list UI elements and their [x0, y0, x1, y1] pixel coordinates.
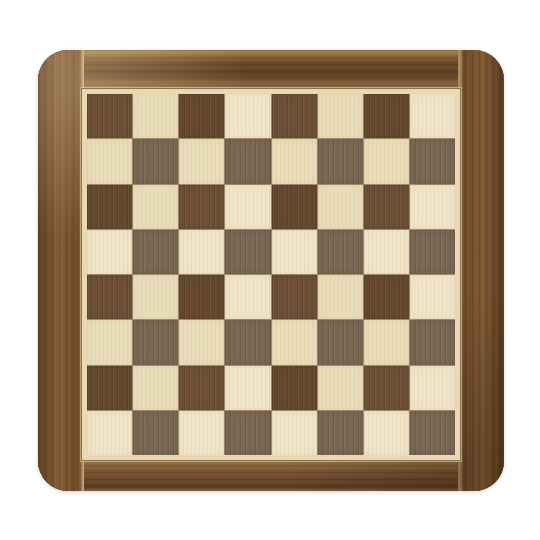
board-frame-right: [458, 50, 504, 491]
square-r2-c1[interactable]: [87, 139, 132, 183]
square-r4-c2[interactable]: [133, 230, 178, 274]
square-r6-c7[interactable]: [364, 320, 409, 364]
square-r8-c3[interactable]: [179, 411, 224, 455]
square-r1-c8[interactable]: [410, 94, 455, 138]
square-r6-c8[interactable]: [410, 320, 455, 364]
background: [0, 0, 540, 540]
square-r4-c8[interactable]: [410, 230, 455, 274]
square-r1-c7[interactable]: [364, 94, 409, 138]
square-r6-c4[interactable]: [225, 320, 270, 364]
square-r8-c2[interactable]: [133, 411, 178, 455]
square-r5-c5[interactable]: [272, 275, 317, 319]
square-r7-c1[interactable]: [87, 366, 132, 410]
square-r5-c4[interactable]: [225, 275, 270, 319]
square-r5-c6[interactable]: [318, 275, 363, 319]
square-r1-c5[interactable]: [272, 94, 317, 138]
square-r2-c5[interactable]: [272, 139, 317, 183]
square-r3-c1[interactable]: [87, 185, 132, 229]
board-frame-top: [38, 50, 504, 90]
square-r2-c8[interactable]: [410, 139, 455, 183]
square-r8-c5[interactable]: [272, 411, 317, 455]
square-r6-c5[interactable]: [272, 320, 317, 364]
square-r5-c3[interactable]: [179, 275, 224, 319]
square-r6-c2[interactable]: [133, 320, 178, 364]
square-r8-c6[interactable]: [318, 411, 363, 455]
square-r7-c6[interactable]: [318, 366, 363, 410]
square-r8-c4[interactable]: [225, 411, 270, 455]
square-r2-c4[interactable]: [225, 139, 270, 183]
square-r3-c8[interactable]: [410, 185, 455, 229]
square-r8-c1[interactable]: [87, 411, 132, 455]
square-r5-c7[interactable]: [364, 275, 409, 319]
square-r4-c7[interactable]: [364, 230, 409, 274]
square-r1-c3[interactable]: [179, 94, 224, 138]
square-r8-c8[interactable]: [410, 411, 455, 455]
square-r4-c3[interactable]: [179, 230, 224, 274]
square-r7-c4[interactable]: [225, 366, 270, 410]
square-r7-c3[interactable]: [179, 366, 224, 410]
square-r7-c2[interactable]: [133, 366, 178, 410]
square-r5-c2[interactable]: [133, 275, 178, 319]
square-r4-c5[interactable]: [272, 230, 317, 274]
square-r1-c6[interactable]: [318, 94, 363, 138]
square-r4-c6[interactable]: [318, 230, 363, 274]
square-r2-c2[interactable]: [133, 139, 178, 183]
chessboard: [38, 50, 504, 491]
square-r1-c1[interactable]: [87, 94, 132, 138]
square-r2-c3[interactable]: [179, 139, 224, 183]
squares-grid: [87, 94, 455, 455]
square-r1-c2[interactable]: [133, 94, 178, 138]
square-r6-c1[interactable]: [87, 320, 132, 364]
square-r7-c5[interactable]: [272, 366, 317, 410]
board-frame-bottom: [38, 458, 504, 491]
square-r5-c1[interactable]: [87, 275, 132, 319]
board-frame-left: [38, 50, 84, 491]
square-r5-c8[interactable]: [410, 275, 455, 319]
square-r4-c1[interactable]: [87, 230, 132, 274]
square-r1-c4[interactable]: [225, 94, 270, 138]
square-r3-c7[interactable]: [364, 185, 409, 229]
square-r3-c6[interactable]: [318, 185, 363, 229]
square-r6-c6[interactable]: [318, 320, 363, 364]
square-r7-c7[interactable]: [364, 366, 409, 410]
square-r2-c6[interactable]: [318, 139, 363, 183]
square-r4-c4[interactable]: [225, 230, 270, 274]
square-r2-c7[interactable]: [364, 139, 409, 183]
square-r6-c3[interactable]: [179, 320, 224, 364]
square-r8-c7[interactable]: [364, 411, 409, 455]
square-r3-c3[interactable]: [179, 185, 224, 229]
square-r3-c4[interactable]: [225, 185, 270, 229]
square-r3-c5[interactable]: [272, 185, 317, 229]
square-r7-c8[interactable]: [410, 366, 455, 410]
playing-field: [81, 88, 461, 461]
square-r3-c2[interactable]: [133, 185, 178, 229]
